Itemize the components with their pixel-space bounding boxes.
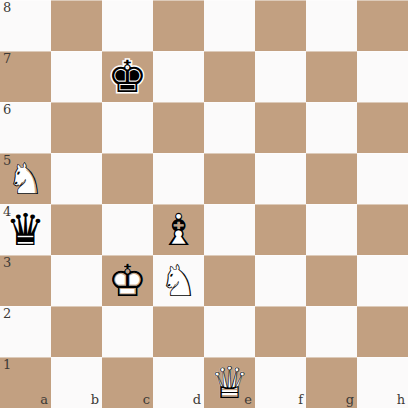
square-c5[interactable] bbox=[102, 153, 153, 204]
square-d6[interactable] bbox=[153, 102, 204, 153]
knight-icon: ♞ bbox=[0, 153, 51, 204]
file-label-c: c bbox=[143, 393, 150, 407]
square-h1[interactable]: h bbox=[357, 357, 408, 408]
queen-icon: ♛ bbox=[0, 204, 51, 255]
square-a5[interactable]: 5♞♘ bbox=[0, 153, 51, 204]
knight-icon: ♘ bbox=[153, 255, 204, 306]
file-label-f: f bbox=[298, 393, 303, 407]
piece-black-king-c7[interactable]: ♚♚ bbox=[102, 51, 153, 102]
square-g2[interactable] bbox=[306, 306, 357, 357]
square-e7[interactable] bbox=[204, 51, 255, 102]
square-b5[interactable] bbox=[51, 153, 102, 204]
king-icon: ♔ bbox=[102, 255, 153, 306]
queen-icon: ♛ bbox=[204, 357, 255, 408]
square-c2[interactable] bbox=[102, 306, 153, 357]
square-h6[interactable] bbox=[357, 102, 408, 153]
rank-label-7: 7 bbox=[3, 52, 11, 66]
square-d1[interactable]: d bbox=[153, 357, 204, 408]
file-label-a: a bbox=[40, 393, 48, 407]
square-e2[interactable] bbox=[204, 306, 255, 357]
bishop-icon: ♝ bbox=[153, 204, 204, 255]
square-c4[interactable] bbox=[102, 204, 153, 255]
square-d7[interactable] bbox=[153, 51, 204, 102]
square-e6[interactable] bbox=[204, 102, 255, 153]
square-h5[interactable] bbox=[357, 153, 408, 204]
square-c6[interactable] bbox=[102, 102, 153, 153]
piece-white-knight-a5[interactable]: ♞♘ bbox=[0, 153, 51, 204]
knight-icon: ♘ bbox=[0, 153, 51, 204]
square-e4[interactable] bbox=[204, 204, 255, 255]
square-b4[interactable] bbox=[51, 204, 102, 255]
file-label-b: b bbox=[91, 393, 99, 407]
square-b7[interactable] bbox=[51, 51, 102, 102]
square-f5[interactable] bbox=[255, 153, 306, 204]
square-f1[interactable]: f bbox=[255, 357, 306, 408]
square-b2[interactable] bbox=[51, 306, 102, 357]
rank-label-6: 6 bbox=[3, 103, 11, 117]
square-a8[interactable]: 8 bbox=[0, 0, 51, 51]
square-b3[interactable] bbox=[51, 255, 102, 306]
square-f3[interactable] bbox=[255, 255, 306, 306]
square-f6[interactable] bbox=[255, 102, 306, 153]
queen-icon: ♕ bbox=[204, 357, 255, 408]
piece-white-bishop-d4[interactable]: ♝♗ bbox=[153, 204, 204, 255]
square-a4[interactable]: 4♛♛ bbox=[0, 204, 51, 255]
square-g3[interactable] bbox=[306, 255, 357, 306]
square-h4[interactable] bbox=[357, 204, 408, 255]
piece-black-queen-a4[interactable]: ♛♛ bbox=[0, 204, 51, 255]
queen-icon: ♛ bbox=[0, 204, 51, 255]
square-h2[interactable] bbox=[357, 306, 408, 357]
square-g6[interactable] bbox=[306, 102, 357, 153]
rank-label-8: 8 bbox=[3, 1, 11, 15]
square-a2[interactable]: 2 bbox=[0, 306, 51, 357]
square-g8[interactable] bbox=[306, 0, 357, 51]
piece-white-knight-d3[interactable]: ♞♘ bbox=[153, 255, 204, 306]
king-icon: ♚ bbox=[102, 51, 153, 102]
square-a7[interactable]: 7 bbox=[0, 51, 51, 102]
square-h8[interactable] bbox=[357, 0, 408, 51]
square-f8[interactable] bbox=[255, 0, 306, 51]
square-e8[interactable] bbox=[204, 0, 255, 51]
square-h7[interactable] bbox=[357, 51, 408, 102]
rank-label-3: 3 bbox=[3, 256, 11, 270]
square-g1[interactable]: g bbox=[306, 357, 357, 408]
square-b6[interactable] bbox=[51, 102, 102, 153]
square-g7[interactable] bbox=[306, 51, 357, 102]
square-b1[interactable]: b bbox=[51, 357, 102, 408]
square-a6[interactable]: 6 bbox=[0, 102, 51, 153]
square-g4[interactable] bbox=[306, 204, 357, 255]
square-c1[interactable]: c bbox=[102, 357, 153, 408]
chess-board: 87♚♚65♞♘4♛♛♝♗3♚♔♞♘21abcde♛♕fgh bbox=[0, 0, 408, 408]
file-label-d: d bbox=[193, 393, 201, 407]
square-c3[interactable]: ♚♔ bbox=[102, 255, 153, 306]
square-d5[interactable] bbox=[153, 153, 204, 204]
king-icon: ♚ bbox=[102, 255, 153, 306]
square-c8[interactable] bbox=[102, 0, 153, 51]
square-d4[interactable]: ♝♗ bbox=[153, 204, 204, 255]
square-f4[interactable] bbox=[255, 204, 306, 255]
rank-label-2: 2 bbox=[3, 307, 11, 321]
square-c7[interactable]: ♚♚ bbox=[102, 51, 153, 102]
square-d8[interactable] bbox=[153, 0, 204, 51]
square-e5[interactable] bbox=[204, 153, 255, 204]
square-f2[interactable] bbox=[255, 306, 306, 357]
square-e1[interactable]: e♛♕ bbox=[204, 357, 255, 408]
square-f7[interactable] bbox=[255, 51, 306, 102]
file-label-g: g bbox=[346, 393, 354, 407]
king-icon: ♚ bbox=[102, 51, 153, 102]
square-a3[interactable]: 3 bbox=[0, 255, 51, 306]
square-d2[interactable] bbox=[153, 306, 204, 357]
piece-white-king-c3[interactable]: ♚♔ bbox=[102, 255, 153, 306]
bishop-icon: ♗ bbox=[153, 204, 204, 255]
square-h3[interactable] bbox=[357, 255, 408, 306]
file-label-h: h bbox=[397, 393, 405, 407]
knight-icon: ♞ bbox=[153, 255, 204, 306]
square-e3[interactable] bbox=[204, 255, 255, 306]
piece-white-queen-e1[interactable]: ♛♕ bbox=[204, 357, 255, 408]
square-g5[interactable] bbox=[306, 153, 357, 204]
square-d3[interactable]: ♞♘ bbox=[153, 255, 204, 306]
square-a1[interactable]: 1a bbox=[0, 357, 51, 408]
rank-label-1: 1 bbox=[3, 358, 11, 372]
square-b8[interactable] bbox=[51, 0, 102, 51]
